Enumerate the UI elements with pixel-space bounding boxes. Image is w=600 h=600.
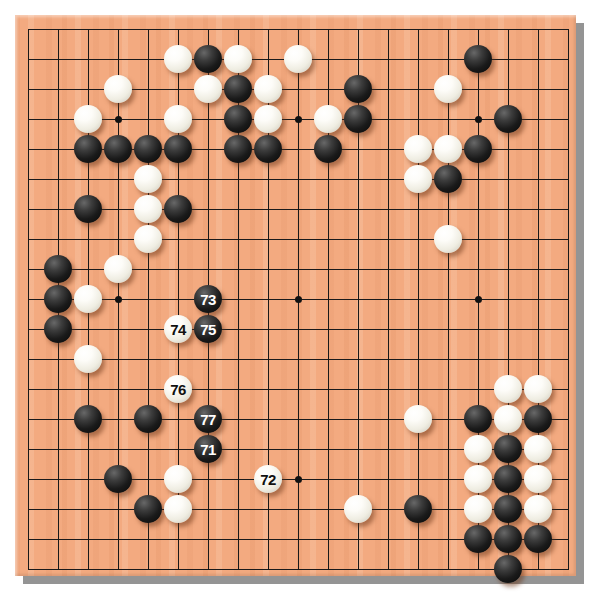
stone-black — [44, 285, 72, 313]
stone-black — [44, 255, 72, 283]
stone-white — [314, 105, 342, 133]
stone-black — [254, 135, 282, 163]
stone-black — [524, 525, 552, 553]
stone-black — [464, 45, 492, 73]
stone-white — [524, 465, 552, 493]
move-number-label: 71 — [200, 442, 216, 457]
stone-white: 76 — [164, 375, 192, 403]
stone-black — [464, 525, 492, 553]
stone-white — [524, 495, 552, 523]
move-number-label: 77 — [200, 412, 216, 427]
stone-white: 72 — [254, 465, 282, 493]
stone-black — [134, 495, 162, 523]
stone-black — [494, 555, 522, 583]
stone-white — [464, 465, 492, 493]
stone-white — [404, 135, 432, 163]
move-number-label: 76 — [170, 382, 186, 397]
stone-black: 71 — [194, 435, 222, 463]
stone-black — [74, 135, 102, 163]
stone-white — [104, 255, 132, 283]
star-point — [115, 296, 122, 303]
stone-black — [164, 195, 192, 223]
move-number-label: 75 — [200, 322, 216, 337]
stone-black — [494, 525, 522, 553]
stone-white — [494, 375, 522, 403]
stone-white — [164, 465, 192, 493]
stone-white — [404, 165, 432, 193]
stone-white — [524, 375, 552, 403]
stone-white — [464, 435, 492, 463]
stone-white — [434, 225, 462, 253]
stone-white — [74, 345, 102, 373]
stone-black — [314, 135, 342, 163]
stone-black — [104, 135, 132, 163]
stone-black — [494, 105, 522, 133]
stone-black — [104, 465, 132, 493]
stone-white — [464, 495, 492, 523]
star-point — [115, 116, 122, 123]
stone-black — [224, 105, 252, 133]
stone-white — [194, 75, 222, 103]
move-number-label: 73 — [200, 292, 216, 307]
stone-white — [164, 105, 192, 133]
stone-black — [344, 105, 372, 133]
stone-black — [494, 465, 522, 493]
stone-white — [164, 495, 192, 523]
move-number-label: 72 — [260, 472, 276, 487]
stone-white — [134, 165, 162, 193]
stone-white — [434, 75, 462, 103]
stone-white — [254, 75, 282, 103]
stone-black — [224, 135, 252, 163]
stone-black — [434, 165, 462, 193]
stone-white — [224, 45, 252, 73]
stone-white — [134, 225, 162, 253]
stone-white — [104, 75, 132, 103]
stone-white — [134, 195, 162, 223]
stone-black — [134, 135, 162, 163]
stone-black — [494, 495, 522, 523]
stone-black — [74, 405, 102, 433]
stone-black — [134, 405, 162, 433]
star-point — [295, 476, 302, 483]
stone-black: 75 — [194, 315, 222, 343]
stone-black — [404, 495, 432, 523]
stone-white — [494, 405, 522, 433]
stone-white — [254, 105, 282, 133]
stone-black — [494, 435, 522, 463]
star-point — [295, 296, 302, 303]
stone-black — [44, 315, 72, 343]
star-point — [475, 296, 482, 303]
star-point — [475, 116, 482, 123]
stone-white — [404, 405, 432, 433]
stone-white — [524, 435, 552, 463]
stone-white — [164, 45, 192, 73]
stone-black — [524, 405, 552, 433]
go-board[interactable]: 73747576777172 — [15, 15, 576, 576]
stone-white — [74, 285, 102, 313]
stone-black — [224, 75, 252, 103]
stone-black — [464, 405, 492, 433]
move-number-label: 74 — [170, 322, 186, 337]
stone-black: 73 — [194, 285, 222, 313]
stone-black — [344, 75, 372, 103]
go-diagram-page: 73747576777172 — [0, 0, 600, 600]
stone-white — [74, 105, 102, 133]
star-point — [295, 116, 302, 123]
stone-black — [164, 135, 192, 163]
stone-black — [464, 135, 492, 163]
stone-white — [284, 45, 312, 73]
stone-black: 77 — [194, 405, 222, 433]
stone-black — [74, 195, 102, 223]
stone-white — [434, 135, 462, 163]
stone-white — [344, 495, 372, 523]
stone-white: 74 — [164, 315, 192, 343]
stone-black — [194, 45, 222, 73]
